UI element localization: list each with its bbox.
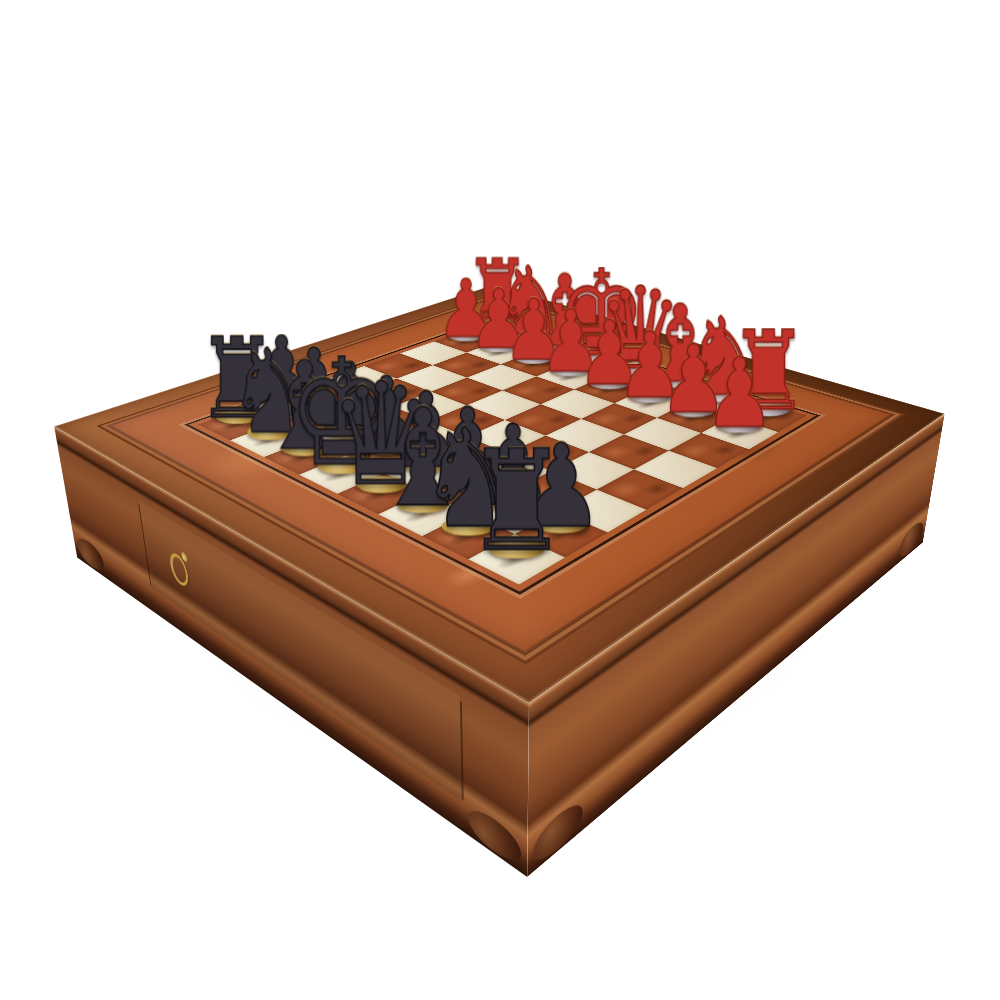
photo-stage: ♜♞♝♚♛♝♞♜♟♟♟♟♟♟♟♟♟♟♟♟♟♟♟♟♜♞♝♚♛♝♞♜ [0, 0, 1000, 1000]
piece-figure: ♜ [428, 446, 605, 559]
pawn-glyph: ♟ [681, 355, 799, 432]
chess-case: ♜♞♝♚♛♝♞♜♟♟♟♟♟♟♟♟♟♟♟♟♟♟♟♟♜♞♝♚♛♝♞♜ [54, 285, 945, 703]
rook-glyph: ♜ [444, 446, 590, 558]
piece-figure: ♟ [668, 355, 811, 433]
